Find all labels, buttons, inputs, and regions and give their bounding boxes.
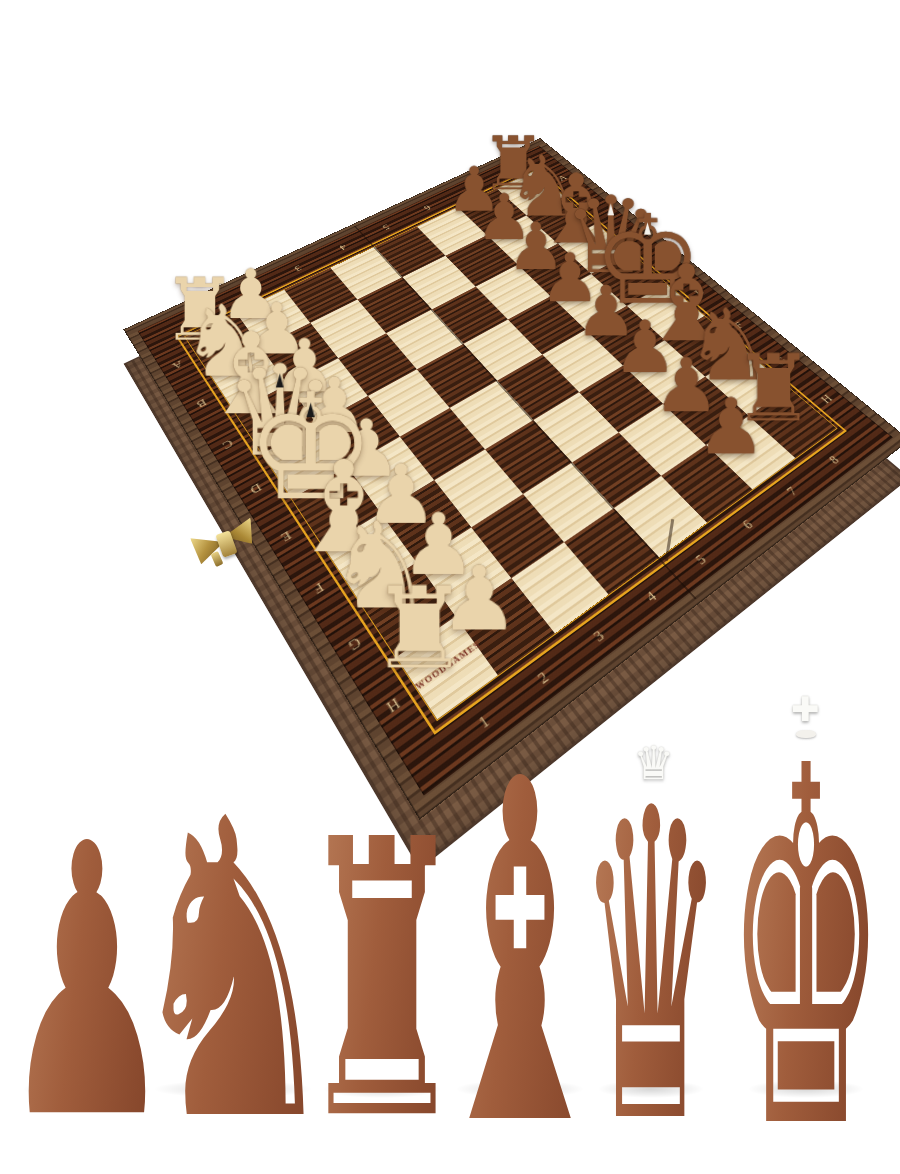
rank-label-4-right: 4 <box>642 587 661 606</box>
rank-label-4-left: 4 <box>337 242 349 252</box>
display-piece-king: ♚ <box>726 704 885 1174</box>
piece-lineup: ♟♞♜♝♛♚♛✚ <box>0 640 900 1174</box>
rank-label-3-left: 3 <box>292 263 304 274</box>
chess-board-scene: ♜♞♝♛♚♝♞♜♟♟♟♟♟♟♟♟♟♟♟♟♟♟♟♟♜♞♝♛♚♝♞WOODGAMES… <box>0 14 900 686</box>
rank-label-6-left: 6 <box>421 203 433 213</box>
rank-label-5-left: 5 <box>380 222 392 232</box>
rank-label-8-right: 8 <box>825 452 843 468</box>
king-white-cross-icon: ✚ <box>791 692 820 726</box>
rank-label-5-right: 5 <box>691 550 710 568</box>
pawn-glyph: ♟ <box>696 388 765 465</box>
rank-label-6-right: 6 <box>738 516 757 533</box>
queen-white-coronet-icon: ♛ <box>633 740 674 786</box>
king-finial-disc-icon <box>796 730 816 738</box>
file-label-f-near: F <box>311 578 328 598</box>
rank-label-7-right: 7 <box>783 483 802 499</box>
display-piece-queen: ♛ <box>578 754 724 1174</box>
file-label-h-far: H <box>817 391 836 406</box>
brass-clasp-icon <box>193 512 259 574</box>
